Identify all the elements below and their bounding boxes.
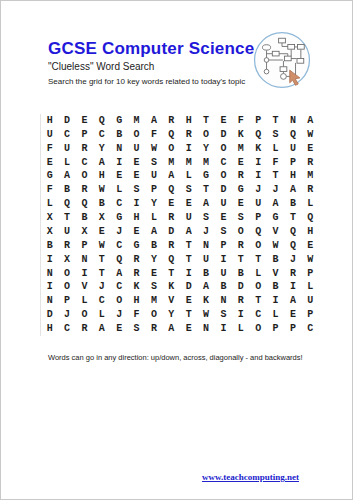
grid-cell: Q: [250, 128, 267, 142]
grid-cell: A: [145, 225, 162, 239]
grid-cell: K: [128, 281, 145, 295]
grid-cell: W: [197, 308, 214, 322]
grid-cell: V: [267, 267, 284, 281]
grid-cell: U: [58, 225, 75, 239]
grid-cell: K: [232, 128, 249, 142]
grid-cell: V: [163, 294, 180, 308]
grid-cell: E: [302, 142, 319, 156]
grid-cell: F: [145, 128, 162, 142]
grid-cell: A: [163, 322, 180, 336]
grid-cell: J: [250, 183, 267, 197]
grid-cell: E: [111, 322, 128, 336]
grid-cell: Y: [197, 142, 214, 156]
grid-cell: T: [180, 308, 197, 322]
grid-cell: I: [76, 267, 93, 281]
grid-cell: E: [284, 308, 301, 322]
grid-cell: S: [215, 308, 232, 322]
grid-cell: A: [284, 294, 301, 308]
grid-cell: E: [215, 114, 232, 128]
grid-cell: D: [180, 281, 197, 295]
grid-cell: P: [58, 294, 75, 308]
grid-cell: R: [58, 239, 75, 253]
grid-cell: I: [267, 294, 284, 308]
grid-cell: C: [93, 294, 110, 308]
grid-cell: C: [111, 197, 128, 211]
grid-cell: U: [250, 197, 267, 211]
grid-cell: Q: [284, 128, 301, 142]
grid-cell: L: [267, 142, 284, 156]
grid-cell: T: [180, 253, 197, 267]
grid-cell: E: [76, 114, 93, 128]
grid-cell: M: [145, 294, 162, 308]
grid-cell: W: [93, 183, 110, 197]
grid-cell: P: [302, 267, 319, 281]
grid-cell: D: [163, 225, 180, 239]
grid-cell: B: [197, 267, 214, 281]
grid-cell: A: [145, 114, 162, 128]
grid-cell: U: [58, 142, 75, 156]
grid-cell: U: [302, 294, 319, 308]
grid-cell: L: [93, 308, 110, 322]
grid-cell: P: [250, 211, 267, 225]
grid-cell: I: [41, 253, 58, 267]
grid-cell: F: [128, 308, 145, 322]
grid-cell: G: [41, 170, 58, 184]
grid-cell: M: [163, 156, 180, 170]
grid-cell: I: [215, 322, 232, 336]
grid-cell: N: [76, 253, 93, 267]
grid-cell: S: [180, 183, 197, 197]
grid-cell: R: [76, 183, 93, 197]
grid-cell: T: [284, 211, 301, 225]
grid-cell: L: [76, 294, 93, 308]
grid-cell: T: [93, 267, 110, 281]
grid-cell: J: [267, 183, 284, 197]
grid-cell: Q: [163, 253, 180, 267]
grid-cell: E: [302, 239, 319, 253]
grid-cell: A: [197, 281, 214, 295]
grid-cell: O: [250, 281, 267, 295]
grid-cell: P: [215, 239, 232, 253]
grid-cell: W: [93, 239, 110, 253]
grid-cell: V: [76, 281, 93, 295]
grid-cell: R: [284, 267, 301, 281]
grid-cell: E: [180, 322, 197, 336]
grid-cell: D: [215, 128, 232, 142]
grid-cell: I: [232, 308, 249, 322]
grid-cell: R: [76, 322, 93, 336]
grid-cell: H: [284, 170, 301, 184]
grid-cell: A: [197, 197, 214, 211]
grid-cell: D: [41, 308, 58, 322]
grid-cell: L: [58, 156, 75, 170]
grid-cell: O: [58, 267, 75, 281]
grid-cell: X: [58, 253, 75, 267]
grid-cell: S: [215, 225, 232, 239]
grid-cell: W: [302, 253, 319, 267]
grid-cell: R: [76, 142, 93, 156]
grid-cell: J: [284, 253, 301, 267]
grid-cell: D: [58, 114, 75, 128]
grid-cell: F: [41, 142, 58, 156]
instruction-text: Search the grid for 10 key words related…: [48, 77, 245, 86]
grid-cell: U: [145, 170, 162, 184]
grid-cell: H: [93, 170, 110, 184]
grid-cell: L: [267, 308, 284, 322]
grid-cell: Q: [163, 183, 180, 197]
grid-cell: J: [58, 308, 75, 322]
grid-cell: G: [197, 170, 214, 184]
grid-cell: I: [250, 156, 267, 170]
grid-cell: O: [197, 128, 214, 142]
grid-cell: C: [76, 156, 93, 170]
grid-cell: Q: [284, 239, 301, 253]
grid-cell: X: [76, 225, 93, 239]
grid-cell: H: [41, 322, 58, 336]
grid-cell: E: [163, 197, 180, 211]
grid-cell: M: [128, 114, 145, 128]
grid-cell: O: [163, 142, 180, 156]
grid-cell: C: [58, 322, 75, 336]
grid-cell: N: [197, 239, 214, 253]
grid-cell: P: [302, 308, 319, 322]
grid-cell: R: [302, 183, 319, 197]
grid-cell: R: [128, 253, 145, 267]
grid-cell: H: [128, 211, 145, 225]
grid-cell: Y: [93, 142, 110, 156]
flowchart-icon-svg: [253, 31, 311, 89]
grid-cell: L: [250, 267, 267, 281]
grid-cell: J: [197, 225, 214, 239]
grid-cell: H: [41, 114, 58, 128]
grid-cell: A: [58, 170, 75, 184]
grid-cell: S: [145, 156, 162, 170]
grid-cell: L: [145, 211, 162, 225]
grid-cell: S: [197, 211, 214, 225]
grid-cell: R: [302, 156, 319, 170]
grid-cell: H: [128, 294, 145, 308]
grid-cell: L: [180, 170, 197, 184]
grid-cell: T: [267, 170, 284, 184]
grid-cell: B: [267, 253, 284, 267]
grid-cell: C: [93, 128, 110, 142]
grid-cell: I: [41, 281, 58, 295]
grid-cell: S: [267, 128, 284, 142]
grid-cell: S: [128, 183, 145, 197]
grid-cell: T: [267, 114, 284, 128]
grid-cell: M: [302, 170, 319, 184]
grid-cell: T: [163, 267, 180, 281]
grid-cell: O: [145, 308, 162, 322]
grid-cell: N: [111, 142, 128, 156]
grid-cell: W: [267, 239, 284, 253]
grid-cell: R: [232, 294, 249, 308]
grid-cell: L: [232, 322, 249, 336]
grid-cell: L: [302, 281, 319, 295]
grid-cell: G: [128, 239, 145, 253]
grid-cell: N: [41, 294, 58, 308]
grid-cell: R: [232, 170, 249, 184]
grid-cell: O: [250, 322, 267, 336]
grid-cell: P: [250, 114, 267, 128]
grid-cell: N: [215, 294, 232, 308]
grid-cell: T: [232, 253, 249, 267]
grid-cell: G: [111, 114, 128, 128]
grid-cell: I: [215, 253, 232, 267]
grid-cell: O: [215, 170, 232, 184]
grid-cell: E: [93, 225, 110, 239]
grid-cell: J: [93, 281, 110, 295]
grid-cell: A: [302, 114, 319, 128]
grid-cell: E: [180, 197, 197, 211]
grid-cell: E: [232, 156, 249, 170]
directions-note: Words can go in any direction: up/down, …: [48, 353, 303, 362]
grid-cell: P: [76, 128, 93, 142]
grid-cell: T: [250, 294, 267, 308]
grid-cell: E: [128, 225, 145, 239]
page-subtitle: "Clueless" Word Search: [48, 61, 154, 72]
grid-cell: G: [232, 183, 249, 197]
grid-cell: Q: [284, 225, 301, 239]
grid-cell: M: [180, 156, 197, 170]
grid-cell: R: [145, 322, 162, 336]
grid-cell: J: [111, 225, 128, 239]
grid-cell: E: [128, 156, 145, 170]
grid-cell: K: [163, 281, 180, 295]
grid-cell: E: [41, 156, 58, 170]
grid-cell: F: [232, 114, 249, 128]
grid-cell: B: [93, 197, 110, 211]
grid-cell: L: [111, 183, 128, 197]
grid-cell: I: [284, 281, 301, 295]
grid-cell: V: [267, 225, 284, 239]
grid-cell: Q: [58, 197, 75, 211]
grid-cell: Y: [145, 197, 162, 211]
grid-cell: C: [111, 281, 128, 295]
grid-cell: X: [41, 211, 58, 225]
grid-cell: A: [111, 267, 128, 281]
grid-cell: K: [197, 294, 214, 308]
grid-cell: R: [128, 267, 145, 281]
grid-cell: Q: [250, 225, 267, 239]
grid-cell: B: [215, 281, 232, 295]
grid-cell: M: [197, 156, 214, 170]
grid-cell: I: [250, 170, 267, 184]
website-link[interactable]: www.teachcomputing.net: [202, 472, 299, 482]
grid-cell: O: [128, 128, 145, 142]
grid-cell: B: [76, 211, 93, 225]
grid-cell: U: [180, 211, 197, 225]
grid-cell: A: [284, 183, 301, 197]
grid-cell: T: [250, 253, 267, 267]
grid-cell: O: [76, 308, 93, 322]
worksheet-page: GCSE Computer Science "Clueless" Word Se…: [0, 0, 353, 500]
grid-cell: B: [145, 239, 162, 253]
grid-cell: Y: [163, 308, 180, 322]
grid-cell: O: [76, 170, 93, 184]
grid-cell: O: [58, 281, 75, 295]
grid-cell: D: [215, 183, 232, 197]
grid-cell: U: [41, 128, 58, 142]
grid-cell: P: [76, 239, 93, 253]
grid-cell: U: [197, 253, 214, 267]
grid-cell: G: [267, 211, 284, 225]
grid-cell: M: [232, 142, 249, 156]
grid-cell: I: [180, 142, 197, 156]
grid-cell: P: [145, 183, 162, 197]
grid-cell: R: [163, 114, 180, 128]
grid-cell: U: [215, 197, 232, 211]
grid-cell: H: [180, 114, 197, 128]
grid-cell: X: [93, 211, 110, 225]
grid-cell: H: [302, 225, 319, 239]
grid-cell: U: [128, 142, 145, 156]
grid-cell: A: [267, 197, 284, 211]
grid-cell: A: [180, 225, 197, 239]
grid-cell: C: [58, 128, 75, 142]
grid-cell: F: [267, 156, 284, 170]
grid-cell: W: [302, 128, 319, 142]
grid-cell: E: [111, 170, 128, 184]
grid-cell: P: [284, 156, 301, 170]
grid-cell: Q: [163, 128, 180, 142]
grid-cell: F: [41, 183, 58, 197]
grid-cell: C: [215, 156, 232, 170]
grid-cell: P: [267, 322, 284, 336]
grid-cell: B: [232, 267, 249, 281]
grid-cell: L: [41, 197, 58, 211]
grid-cell: O: [250, 239, 267, 253]
grid-cell: R: [180, 128, 197, 142]
grid-cell: B: [111, 128, 128, 142]
word-grid: HDEQGMARHTEFPTNAUCPCBOFQRODKQSQWFURYNUWO…: [40, 114, 319, 336]
grid-cell: D: [232, 281, 249, 295]
grid-cell: K: [250, 142, 267, 156]
grid-cell: Q: [76, 197, 93, 211]
grid-cell: Y: [145, 253, 162, 267]
grid-cell: E: [145, 267, 162, 281]
grid-cell: B: [58, 183, 75, 197]
grid-cell: B: [284, 197, 301, 211]
grid-cell: R: [163, 211, 180, 225]
grid-cell: G: [111, 211, 128, 225]
grid-cell: T: [197, 114, 214, 128]
grid-cell: N: [284, 114, 301, 128]
grid-cell: N: [41, 267, 58, 281]
grid-cell: Q: [302, 211, 319, 225]
grid-cell: T: [93, 253, 110, 267]
grid-cell: A: [93, 156, 110, 170]
grid-cell: I: [180, 267, 197, 281]
grid-cell: U: [215, 267, 232, 281]
grid-cell: U: [284, 142, 301, 156]
page-title: GCSE Computer Science: [48, 39, 254, 59]
grid-cell: Q: [93, 114, 110, 128]
grid-cell: C: [250, 308, 267, 322]
grid-cell: W: [145, 142, 162, 156]
grid-cell: E: [215, 211, 232, 225]
grid-cell: T: [180, 239, 197, 253]
grid-cell: J: [111, 308, 128, 322]
grid-cell: R: [163, 239, 180, 253]
grid-cell: A: [163, 170, 180, 184]
grid-cell: X: [41, 225, 58, 239]
grid-cell: R: [232, 239, 249, 253]
grid-cell: O: [215, 142, 232, 156]
grid-cell: A: [93, 322, 110, 336]
grid-cell: E: [180, 294, 197, 308]
grid-cell: S: [128, 322, 145, 336]
grid-cell: B: [267, 281, 284, 295]
grid-cell: O: [232, 225, 249, 239]
grid-cell: I: [111, 156, 128, 170]
grid-cell: B: [41, 239, 58, 253]
grid-cell: E: [128, 170, 145, 184]
grid-cell: S: [232, 211, 249, 225]
grid-cell: I: [128, 197, 145, 211]
grid-cell: E: [232, 197, 249, 211]
grid-cell: C: [111, 239, 128, 253]
grid-cell: L: [302, 197, 319, 211]
grid-cell: T: [58, 211, 75, 225]
grid-cell: Q: [111, 253, 128, 267]
grid-cell: P: [284, 322, 301, 336]
flowchart-icon: [253, 31, 311, 89]
grid-cell: O: [111, 294, 128, 308]
grid-cell: S: [145, 281, 162, 295]
grid-cell: T: [197, 183, 214, 197]
grid-cell: N: [197, 322, 214, 336]
grid-cell: C: [302, 322, 319, 336]
